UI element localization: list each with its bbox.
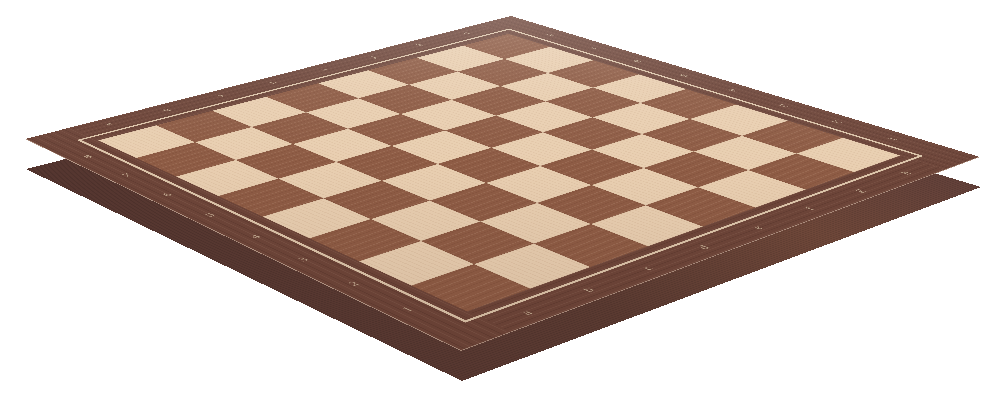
product-photo-scene: aabbccddeeffgghh8877665544332211: [0, 0, 1000, 418]
chess-board: aabbccddeeffgghh8877665544332211: [25, 16, 980, 351]
board-squares: [98, 34, 900, 312]
